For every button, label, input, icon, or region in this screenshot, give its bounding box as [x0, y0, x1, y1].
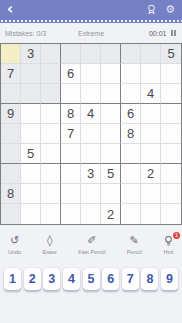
- sudoku-app: ‹ ⚙ Mistakes: 0/3 Extreme 00:01 35764984…: [0, 0, 182, 323]
- sudoku-cell[interactable]: [121, 44, 141, 64]
- sudoku-cell[interactable]: [61, 44, 81, 64]
- sudoku-cell[interactable]: [61, 144, 81, 164]
- hint-button[interactable]: 1 Hint: [163, 235, 174, 255]
- sudoku-cell[interactable]: [81, 44, 101, 64]
- toolbar: ↺ Undo ◊ Erase ✐ Fast Pencil ✎ Pencil 1 …: [0, 225, 182, 255]
- sudoku-cell[interactable]: [121, 84, 141, 104]
- sudoku-cell[interactable]: 8: [61, 104, 81, 124]
- sudoku-cell[interactable]: [101, 184, 121, 204]
- numpad-key-8[interactable]: 8: [141, 268, 158, 290]
- sudoku-cell[interactable]: [161, 144, 181, 164]
- numpad-key-9[interactable]: 9: [161, 268, 178, 290]
- pause-button[interactable]: [170, 29, 178, 37]
- sudoku-cell[interactable]: 2: [101, 204, 121, 224]
- sudoku-cell[interactable]: [41, 184, 61, 204]
- sudoku-cell[interactable]: [121, 184, 141, 204]
- sudoku-cell[interactable]: [141, 44, 161, 64]
- sudoku-cell[interactable]: 7: [1, 64, 21, 84]
- sudoku-cell[interactable]: [101, 144, 121, 164]
- sudoku-cell[interactable]: [61, 164, 81, 184]
- sudoku-cell[interactable]: 3: [81, 164, 101, 184]
- sudoku-cell[interactable]: [81, 204, 101, 224]
- eraser-icon: ◊: [47, 235, 52, 247]
- sudoku-cell[interactable]: [121, 164, 141, 184]
- pencil-icon: ✎: [130, 235, 139, 247]
- mistakes-counter: Mistakes: 0/3: [5, 30, 46, 37]
- sudoku-cell[interactable]: [41, 124, 61, 144]
- sudoku-cell[interactable]: 4: [81, 104, 101, 124]
- sudoku-cell[interactable]: 4: [141, 84, 161, 104]
- sudoku-cell[interactable]: [81, 124, 101, 144]
- sudoku-cell[interactable]: [1, 144, 21, 164]
- header-icons: ⚙: [146, 4, 175, 15]
- sudoku-cell[interactable]: [61, 184, 81, 204]
- undo-button[interactable]: ↺ Undo: [8, 235, 21, 255]
- sudoku-cell[interactable]: [61, 204, 81, 224]
- sudoku-cell[interactable]: 8: [121, 124, 141, 144]
- sudoku-cell[interactable]: [121, 204, 141, 224]
- pencil-button[interactable]: ✎ Pencil: [127, 235, 142, 255]
- sudoku-cell[interactable]: [101, 124, 121, 144]
- sudoku-cell[interactable]: 5: [161, 44, 181, 64]
- sudoku-cell[interactable]: [161, 184, 181, 204]
- sudoku-cell[interactable]: [41, 104, 61, 124]
- sudoku-cell[interactable]: 3: [21, 44, 41, 64]
- sudoku-board: 35764984678535282: [0, 43, 182, 225]
- sudoku-cell[interactable]: [141, 204, 161, 224]
- difficulty-label: Extreme: [78, 30, 104, 37]
- timer-group: 00:01: [149, 29, 177, 37]
- numpad-key-4[interactable]: 4: [63, 268, 80, 290]
- sudoku-cell[interactable]: [21, 164, 41, 184]
- sudoku-cell[interactable]: 6: [121, 104, 141, 124]
- hint-bulb-icon: 1: [163, 235, 174, 247]
- status-bar: Mistakes: 0/3 Extreme 00:01: [0, 23, 182, 43]
- numpad-key-1[interactable]: 1: [4, 268, 21, 290]
- header: ‹ ⚙: [0, 0, 182, 19]
- sudoku-cell[interactable]: 5: [21, 144, 41, 164]
- sudoku-cell[interactable]: [161, 104, 181, 124]
- sudoku-cell[interactable]: [161, 124, 181, 144]
- sudoku-cell[interactable]: [141, 64, 161, 84]
- sudoku-cell[interactable]: [41, 64, 61, 84]
- sudoku-cell[interactable]: [21, 204, 41, 224]
- medal-icon[interactable]: [146, 4, 157, 15]
- numpad-key-3[interactable]: 3: [43, 268, 60, 290]
- sudoku-cell[interactable]: 6: [61, 64, 81, 84]
- sudoku-cell[interactable]: [21, 124, 41, 144]
- sudoku-cell[interactable]: 8: [1, 184, 21, 204]
- pause-icon: [171, 30, 173, 36]
- undo-icon: ↺: [10, 235, 19, 247]
- sudoku-cell[interactable]: [21, 84, 41, 104]
- sudoku-cell[interactable]: [141, 144, 161, 164]
- sudoku-cell[interactable]: [41, 84, 61, 104]
- sudoku-cell[interactable]: [1, 124, 21, 144]
- sudoku-cell[interactable]: [81, 144, 101, 164]
- hint-badge: 1: [173, 232, 180, 239]
- sudoku-cell[interactable]: 9: [1, 104, 21, 124]
- erase-button[interactable]: ◊ Erase: [42, 235, 56, 255]
- sudoku-cell[interactable]: [1, 84, 21, 104]
- sudoku-cell[interactable]: [161, 84, 181, 104]
- sudoku-cell[interactable]: [121, 144, 141, 164]
- timer: 00:01: [149, 30, 167, 37]
- sudoku-cell[interactable]: [1, 164, 21, 184]
- sudoku-cell[interactable]: [161, 204, 181, 224]
- sudoku-cell[interactable]: [41, 144, 61, 164]
- sudoku-cell[interactable]: [81, 84, 101, 104]
- sudoku-cell[interactable]: [41, 164, 61, 184]
- back-button[interactable]: ‹: [7, 1, 13, 18]
- sudoku-cell[interactable]: [161, 64, 181, 84]
- sudoku-cell[interactable]: [101, 84, 121, 104]
- sudoku-cell[interactable]: [81, 64, 101, 84]
- sudoku-cell[interactable]: 5: [101, 164, 121, 184]
- sudoku-cell[interactable]: [81, 184, 101, 204]
- number-pad: 123456789: [0, 255, 182, 290]
- fast-pencil-icon: ✐: [87, 235, 96, 247]
- sudoku-cell[interactable]: [21, 64, 41, 84]
- sudoku-cell[interactable]: [1, 44, 21, 64]
- numpad-key-5[interactable]: 5: [83, 268, 100, 290]
- fast-pencil-button[interactable]: ✐ Fast Pencil: [78, 235, 105, 255]
- sudoku-cell[interactable]: [101, 104, 121, 124]
- sudoku-cell[interactable]: [121, 64, 141, 84]
- sudoku-cell[interactable]: [21, 104, 41, 124]
- sudoku-cell[interactable]: [1, 204, 21, 224]
- sudoku-cell[interactable]: [141, 124, 161, 144]
- sudoku-cell[interactable]: [61, 84, 81, 104]
- sudoku-cell[interactable]: [161, 164, 181, 184]
- sudoku-cell[interactable]: [141, 184, 161, 204]
- numpad-key-6[interactable]: 6: [102, 268, 119, 290]
- sudoku-cell[interactable]: [41, 44, 61, 64]
- sudoku-cell[interactable]: [101, 64, 121, 84]
- numpad-key-2[interactable]: 2: [24, 268, 41, 290]
- sudoku-cell[interactable]: 2: [141, 164, 161, 184]
- sudoku-cell[interactable]: [141, 104, 161, 124]
- settings-gear-icon[interactable]: ⚙: [165, 4, 175, 15]
- sudoku-cell[interactable]: [101, 44, 121, 64]
- numpad-key-7[interactable]: 7: [122, 268, 139, 290]
- sudoku-cell[interactable]: [21, 184, 41, 204]
- sudoku-cell[interactable]: [41, 204, 61, 224]
- sudoku-cell[interactable]: 7: [61, 124, 81, 144]
